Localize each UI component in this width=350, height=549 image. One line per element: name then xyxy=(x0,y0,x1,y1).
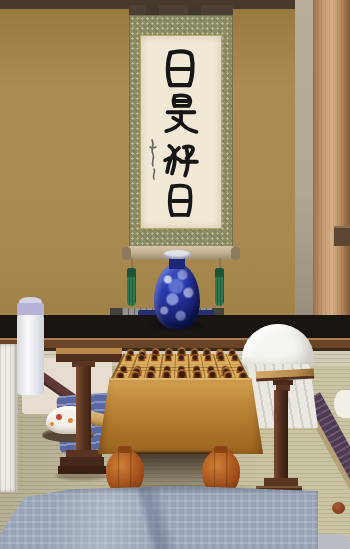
right-wall-rail xyxy=(334,226,350,246)
piece-kanji-mark xyxy=(193,372,201,379)
left-komadai-column xyxy=(76,366,91,452)
calligraphy-char-2 xyxy=(160,93,202,137)
teabowl-flower-motif xyxy=(68,418,73,423)
piece-kanji-mark xyxy=(162,372,170,379)
foreground-zabuton-cushion xyxy=(0,486,318,549)
alcove-corner-wall xyxy=(295,0,315,318)
board-grid xyxy=(110,354,250,380)
piece-kanji-mark xyxy=(165,356,170,361)
roller-knob-right xyxy=(231,247,240,260)
piece-kanji-mark xyxy=(204,349,210,355)
thermos-bottle xyxy=(17,315,44,395)
scroll-weight-tassel-right xyxy=(215,268,224,306)
left-komadai-shadow xyxy=(56,472,108,480)
calligraphy-char-3 xyxy=(160,139,202,179)
piece-kanji-mark xyxy=(219,356,224,361)
calligraphy-char-1 xyxy=(160,48,202,90)
calligraphy-characters xyxy=(152,48,210,220)
piece-kanji-mark xyxy=(191,349,197,355)
piece-kanji-mark xyxy=(177,371,185,379)
right-komadai-column xyxy=(274,390,288,480)
piece-kanji-mark xyxy=(153,349,159,355)
scroll-weight-tassel-left xyxy=(127,268,136,306)
teabowl-flower-motif xyxy=(56,414,62,420)
calligraphy-char-4 xyxy=(161,182,201,220)
piece-kanji-mark xyxy=(139,356,144,361)
piece-kanji-mark xyxy=(205,356,210,361)
white-cloth-left-edge xyxy=(0,344,18,492)
piece-kanji-mark xyxy=(147,372,155,379)
vase-lip xyxy=(163,250,191,259)
shogi-piece xyxy=(151,348,160,356)
piece-kanji-mark xyxy=(152,356,157,361)
shogi-match-room-photo xyxy=(0,0,350,549)
teabowl-flower-motif xyxy=(50,422,54,426)
piece-kanji-mark xyxy=(208,372,216,379)
shogi-board-top-scene xyxy=(100,316,260,382)
white-object-right-edge xyxy=(334,390,350,418)
piece-kanji-mark xyxy=(232,356,237,361)
shogi-piece xyxy=(202,348,211,356)
artist-signature xyxy=(147,138,161,182)
small-wood-knob xyxy=(332,502,345,514)
roller-knob-left xyxy=(122,247,131,260)
shogi-board-body xyxy=(98,378,263,454)
pillar-wood-grain xyxy=(313,0,350,320)
piece-kanji-mark xyxy=(179,356,184,361)
piece-kanji-mark xyxy=(125,356,130,361)
piece-kanji-mark xyxy=(192,356,197,361)
